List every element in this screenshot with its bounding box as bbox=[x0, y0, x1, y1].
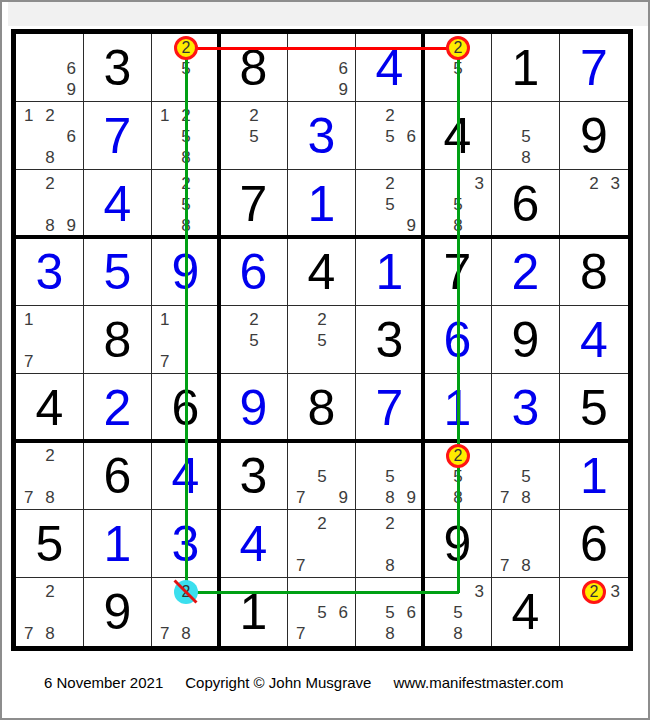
pencil-marks: 78 bbox=[494, 513, 558, 577]
cell-r3c4[interactable]: 7 bbox=[220, 170, 288, 238]
pencil-marks: 278 bbox=[18, 581, 82, 645]
given-digit: 4 bbox=[16, 374, 83, 441]
box-border-line bbox=[421, 34, 425, 646]
pencil-marks: 58 bbox=[494, 105, 558, 169]
cell-r3c9[interactable]: 23 bbox=[560, 170, 628, 238]
candidate-5: 5 bbox=[515, 466, 536, 487]
solved-digit: 1 bbox=[288, 170, 355, 237]
cell-r4c5[interactable]: 4 bbox=[288, 238, 356, 306]
candidate-2: 2 bbox=[379, 513, 400, 534]
candidate-5: 5 bbox=[379, 126, 400, 147]
cell-r8c6[interactable]: 28 bbox=[356, 510, 424, 578]
candidate-6: 6 bbox=[401, 602, 422, 623]
cell-r7c4[interactable]: 3 bbox=[220, 442, 288, 510]
cell-r4c1[interactable]: 3 bbox=[16, 238, 84, 306]
cell-r8c9[interactable]: 6 bbox=[560, 510, 628, 578]
solved-digit: 3 bbox=[492, 374, 559, 441]
solved-digit: 1 bbox=[356, 238, 423, 305]
eliminated-candidate-circle: 2 bbox=[174, 580, 198, 604]
candidate-5: 5 bbox=[311, 330, 332, 351]
candidate-5: 5 bbox=[311, 466, 332, 487]
cell-r9c2[interactable]: 9 bbox=[84, 578, 152, 646]
candidate-1: 1 bbox=[154, 309, 175, 330]
top-panel bbox=[8, 2, 648, 26]
pencil-marks: 69 bbox=[18, 37, 82, 101]
solved-digit: 5 bbox=[84, 238, 151, 305]
candidate-7: 7 bbox=[494, 488, 515, 509]
candidate-2: 2 bbox=[243, 105, 264, 126]
sudoku-cells: 6935869451712687125825325645892894258712… bbox=[16, 34, 628, 646]
candidate-5: 5 bbox=[379, 602, 400, 623]
cell-r5c8[interactable]: 9 bbox=[492, 306, 560, 374]
solved-digit: 4 bbox=[220, 510, 287, 577]
pencil-marks: 259 bbox=[358, 173, 422, 237]
candidate-9: 9 bbox=[333, 80, 354, 101]
cell-r7c6[interactable]: 589 bbox=[356, 442, 424, 510]
solved-digit: 1 bbox=[84, 510, 151, 577]
candidate-7: 7 bbox=[18, 352, 39, 373]
solved-digit: 4 bbox=[84, 170, 151, 237]
candidate-2: 2 bbox=[39, 581, 60, 602]
cell-r3c5[interactable]: 1 bbox=[288, 170, 356, 238]
cell-r6c5[interactable]: 8 bbox=[288, 374, 356, 442]
chain-link-line bbox=[457, 47, 460, 593]
cell-r3c1[interactable]: 289 bbox=[16, 170, 84, 238]
candidate-3: 3 bbox=[605, 173, 626, 194]
candidate-6: 6 bbox=[401, 126, 422, 147]
candidate-8: 8 bbox=[515, 148, 536, 169]
candidate-8: 8 bbox=[447, 624, 468, 645]
candidate-2: 2 bbox=[311, 309, 332, 330]
cell-r2c1[interactable]: 1268 bbox=[16, 102, 84, 170]
candidate-8: 8 bbox=[515, 488, 536, 509]
candidate-6: 6 bbox=[61, 126, 82, 147]
cell-r4c6[interactable]: 1 bbox=[356, 238, 424, 306]
pencil-marks: 27 bbox=[290, 513, 354, 577]
candidate-7: 7 bbox=[154, 352, 175, 373]
cell-r7c9[interactable]: 1 bbox=[560, 442, 628, 510]
candidate-1: 1 bbox=[18, 105, 39, 126]
solved-digit: 7 bbox=[560, 34, 628, 101]
candidate-8: 8 bbox=[515, 556, 536, 577]
given-digit: 7 bbox=[220, 170, 287, 237]
chain-link-line bbox=[185, 591, 459, 594]
pencil-marks: 17 bbox=[18, 309, 82, 373]
cell-r1c8[interactable]: 1 bbox=[492, 34, 560, 102]
candidate-5: 5 bbox=[379, 194, 400, 215]
cell-r3c6[interactable]: 259 bbox=[356, 170, 424, 238]
cell-r7c5[interactable]: 579 bbox=[288, 442, 356, 510]
pencil-marks: 278 bbox=[18, 445, 82, 509]
cell-r4c2[interactable]: 5 bbox=[84, 238, 152, 306]
given-digit: 1 bbox=[492, 34, 559, 101]
solved-digit: 6 bbox=[220, 238, 287, 305]
given-digit: 8 bbox=[560, 238, 628, 305]
cell-r2c9[interactable]: 9 bbox=[560, 102, 628, 170]
given-digit: 5 bbox=[16, 510, 83, 577]
given-digit: 6 bbox=[492, 170, 559, 237]
cell-r7c2[interactable]: 6 bbox=[84, 442, 152, 510]
pencil-marks: 579 bbox=[290, 445, 354, 509]
candidate-2: 2 bbox=[379, 105, 400, 126]
pencil-marks: 25 bbox=[222, 309, 286, 373]
cell-r6c8[interactable]: 3 bbox=[492, 374, 560, 442]
cell-r2c5[interactable]: 3 bbox=[288, 102, 356, 170]
given-digit: 8 bbox=[220, 34, 287, 101]
candidate-2: 2 bbox=[39, 105, 60, 126]
chain-candidate-circle: 2 bbox=[174, 36, 198, 60]
candidate-5: 5 bbox=[447, 602, 468, 623]
given-digit: 9 bbox=[560, 102, 628, 169]
candidate-9: 9 bbox=[333, 488, 354, 509]
cell-r7c1[interactable]: 278 bbox=[16, 442, 84, 510]
pencil-marks: 23 bbox=[562, 173, 626, 237]
candidate-8: 8 bbox=[379, 556, 400, 577]
solved-digit: 7 bbox=[356, 374, 423, 441]
candidate-7: 7 bbox=[290, 488, 311, 509]
given-digit: 4 bbox=[288, 238, 355, 305]
cell-r4c9[interactable]: 8 bbox=[560, 238, 628, 306]
candidate-2: 2 bbox=[379, 173, 400, 194]
given-digit: 9 bbox=[492, 306, 559, 373]
cell-r4c8[interactable]: 2 bbox=[492, 238, 560, 306]
cell-r4c4[interactable]: 6 bbox=[220, 238, 288, 306]
candidate-3: 3 bbox=[605, 581, 626, 602]
cell-r6c4[interactable]: 9 bbox=[220, 374, 288, 442]
given-digit: 1 bbox=[220, 578, 287, 646]
cell-r1c2[interactable]: 3 bbox=[84, 34, 152, 102]
footer-date: 6 November 2021 bbox=[44, 674, 163, 691]
cell-r8c5[interactable]: 27 bbox=[288, 510, 356, 578]
cell-r9c5[interactable]: 567 bbox=[288, 578, 356, 646]
cell-r5c9[interactable]: 4 bbox=[560, 306, 628, 374]
cell-r8c4[interactable]: 4 bbox=[220, 510, 288, 578]
pencil-marks: 25 bbox=[222, 105, 286, 169]
footer-copyright: Copyright © John Musgrave bbox=[185, 674, 371, 691]
candidate-2: 2 bbox=[583, 173, 604, 194]
footer-caption: 6 November 2021Copyright © John Musgrave… bbox=[44, 674, 585, 691]
candidate-8: 8 bbox=[39, 148, 60, 169]
chain-candidate-circle: 2 bbox=[582, 580, 606, 604]
cell-r6c1[interactable]: 4 bbox=[16, 374, 84, 442]
chain-link-line bbox=[185, 47, 188, 593]
cell-r5c1[interactable]: 17 bbox=[16, 306, 84, 374]
given-digit: 3 bbox=[356, 306, 423, 373]
candidate-5: 5 bbox=[243, 330, 264, 351]
pencil-marks: 289 bbox=[18, 173, 82, 237]
cell-r8c8[interactable]: 78 bbox=[492, 510, 560, 578]
candidate-1: 1 bbox=[154, 105, 175, 126]
solved-digit: 9 bbox=[220, 374, 287, 441]
candidate-7: 7 bbox=[18, 488, 39, 509]
cell-r2c2[interactable]: 7 bbox=[84, 102, 152, 170]
cell-r6c9[interactable]: 5 bbox=[560, 374, 628, 442]
pencil-marks: 589 bbox=[358, 445, 422, 509]
cell-r5c4[interactable]: 25 bbox=[220, 306, 288, 374]
candidate-2: 2 bbox=[39, 445, 60, 466]
candidate-2: 2 bbox=[311, 513, 332, 534]
candidate-8: 8 bbox=[39, 624, 60, 645]
candidate-7: 7 bbox=[494, 556, 515, 577]
candidate-7: 7 bbox=[290, 624, 311, 645]
cell-r2c4[interactable]: 25 bbox=[220, 102, 288, 170]
given-digit: 3 bbox=[220, 442, 287, 509]
cell-r8c2[interactable]: 1 bbox=[84, 510, 152, 578]
footer-website: www.manifestmaster.com bbox=[393, 674, 563, 691]
candidate-7: 7 bbox=[154, 624, 175, 645]
cell-r5c6[interactable]: 3 bbox=[356, 306, 424, 374]
cell-r2c6[interactable]: 256 bbox=[356, 102, 424, 170]
candidate-5: 5 bbox=[243, 126, 264, 147]
chain-candidate-circle: 2 bbox=[446, 444, 470, 468]
cell-r9c6[interactable]: 568 bbox=[356, 578, 424, 646]
given-digit: 9 bbox=[84, 578, 151, 646]
candidate-1: 1 bbox=[18, 309, 39, 330]
app-window: 6935869451712687125825325645892894258712… bbox=[0, 0, 650, 720]
candidate-3: 3 bbox=[469, 581, 490, 602]
candidate-2: 2 bbox=[243, 309, 264, 330]
box-border-line bbox=[16, 235, 628, 239]
sudoku-board: 6935869451712687125825325645892894258712… bbox=[11, 29, 633, 651]
cell-r1c5[interactable]: 69 bbox=[288, 34, 356, 102]
candidate-9: 9 bbox=[401, 488, 422, 509]
candidate-8: 8 bbox=[39, 216, 60, 237]
solved-digit: 3 bbox=[16, 238, 83, 305]
chain-link-line bbox=[185, 47, 459, 50]
given-digit: 8 bbox=[288, 374, 355, 441]
pencil-marks: 25 bbox=[290, 309, 354, 373]
candidate-5: 5 bbox=[515, 126, 536, 147]
candidate-3: 3 bbox=[469, 173, 490, 194]
cell-r5c5[interactable]: 25 bbox=[288, 306, 356, 374]
candidate-2: 2 bbox=[39, 173, 60, 194]
candidate-5: 5 bbox=[311, 602, 332, 623]
solved-digit: 4 bbox=[560, 306, 628, 373]
candidate-7: 7 bbox=[290, 556, 311, 577]
cell-r3c8[interactable]: 6 bbox=[492, 170, 560, 238]
candidate-9: 9 bbox=[401, 216, 422, 237]
cell-r1c9[interactable]: 7 bbox=[560, 34, 628, 102]
pencil-marks: 28 bbox=[358, 513, 422, 577]
candidate-7: 7 bbox=[18, 624, 39, 645]
cell-r3c2[interactable]: 4 bbox=[84, 170, 152, 238]
given-digit: 3 bbox=[84, 34, 151, 101]
cell-r6c6[interactable]: 7 bbox=[356, 374, 424, 442]
given-digit: 4 bbox=[492, 578, 559, 646]
given-digit: 8 bbox=[84, 306, 151, 373]
cell-r1c4[interactable]: 8 bbox=[220, 34, 288, 102]
solved-digit: 1 bbox=[560, 442, 628, 509]
solved-digit: 2 bbox=[492, 238, 559, 305]
cell-r8c1[interactable]: 5 bbox=[16, 510, 84, 578]
pencil-marks: 1268 bbox=[18, 105, 82, 169]
candidate-8: 8 bbox=[379, 488, 400, 509]
candidate-9: 9 bbox=[61, 216, 82, 237]
candidate-8: 8 bbox=[39, 488, 60, 509]
cell-r1c1[interactable]: 69 bbox=[16, 34, 84, 102]
cell-r5c2[interactable]: 8 bbox=[84, 306, 152, 374]
cell-r9c4[interactable]: 1 bbox=[220, 578, 288, 646]
cell-r9c8[interactable]: 4 bbox=[492, 578, 560, 646]
cell-r6c2[interactable]: 2 bbox=[84, 374, 152, 442]
cell-r7c8[interactable]: 578 bbox=[492, 442, 560, 510]
box-border-line bbox=[16, 439, 628, 443]
candidate-8: 8 bbox=[379, 624, 400, 645]
chain-candidate-circle: 2 bbox=[446, 36, 470, 60]
candidate-6: 6 bbox=[333, 602, 354, 623]
cell-r2c8[interactable]: 58 bbox=[492, 102, 560, 170]
candidate-6: 6 bbox=[333, 58, 354, 79]
candidate-5: 5 bbox=[379, 466, 400, 487]
solved-digit: 4 bbox=[356, 34, 423, 101]
candidate-9: 9 bbox=[61, 80, 82, 101]
box-border-line bbox=[217, 34, 221, 646]
cell-r1c6[interactable]: 4 bbox=[356, 34, 424, 102]
pencil-marks: 256 bbox=[358, 105, 422, 169]
given-digit: 6 bbox=[84, 442, 151, 509]
given-digit: 6 bbox=[560, 510, 628, 577]
solved-digit: 7 bbox=[84, 102, 151, 169]
candidate-6: 6 bbox=[61, 58, 82, 79]
candidate-8: 8 bbox=[175, 624, 196, 645]
solved-digit: 2 bbox=[84, 374, 151, 441]
pencil-marks: 578 bbox=[494, 445, 558, 509]
cell-r9c1[interactable]: 278 bbox=[16, 578, 84, 646]
given-digit: 5 bbox=[560, 374, 628, 441]
elimination-slash bbox=[173, 579, 197, 603]
solved-digit: 3 bbox=[288, 102, 355, 169]
